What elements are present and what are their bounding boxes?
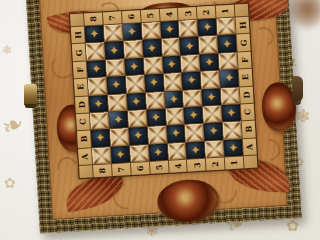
coord-label-left: A <box>78 148 92 165</box>
square-h7 <box>104 24 123 41</box>
square-f8: ✦ <box>87 60 106 77</box>
carved-star-icon: ✦ <box>184 40 195 53</box>
coord-label-left: D <box>75 96 89 113</box>
coord-label-right: H <box>236 17 250 34</box>
carved-star-icon: ✦ <box>202 21 213 34</box>
coord-label-text: 6 <box>126 14 136 20</box>
wallpaper-sprig-icon: ❃ <box>2 44 12 56</box>
coord-label-text: B <box>243 126 253 133</box>
square-a2 <box>205 140 224 157</box>
square-h8: ✦ <box>85 25 104 42</box>
square-a6 <box>130 145 149 162</box>
carved-star-icon: ✦ <box>228 141 239 154</box>
wallpaper-sprig-icon: ❃ <box>296 108 310 125</box>
board-grid: 87654321H✦✦✦✦HG✦✦✦✦GF✦✦✦✦FE✦✦✦✦ED✦✦✦✦DC✦… <box>69 3 259 179</box>
carved-star-icon: ✦ <box>188 109 199 122</box>
square-e2 <box>201 71 220 88</box>
square-h4: ✦ <box>160 21 179 38</box>
coord-label-text: D <box>241 91 251 99</box>
square-f5 <box>143 57 162 74</box>
square-a8 <box>92 147 111 164</box>
coord-label-text: 1 <box>220 8 230 14</box>
coord-label-text: 7 <box>107 15 117 21</box>
coord-label-right: B <box>242 121 256 138</box>
coord-label-bottom: 5 <box>150 161 169 174</box>
chess-board: 87654321H✦✦✦✦HG✦✦✦✦GF✦✦✦✦FE✦✦✦✦ED✦✦✦✦DC✦… <box>24 0 301 234</box>
square-c4 <box>165 108 184 125</box>
coord-label-left: C <box>76 113 90 130</box>
square-f1 <box>219 52 238 69</box>
coord-corner <box>244 156 258 169</box>
square-b7 <box>110 128 129 145</box>
square-e8 <box>88 77 107 94</box>
carved-star-icon: ✦ <box>170 127 181 140</box>
carved-star-icon: ✦ <box>111 79 122 92</box>
coord-label-top: 1 <box>216 5 235 18</box>
coord-label-top: 6 <box>122 10 141 23</box>
carved-star-icon: ✦ <box>206 91 217 104</box>
wallpaper-flower-icon: ✿ <box>286 218 299 234</box>
carved-star-icon: ✦ <box>164 23 175 36</box>
square-d3 <box>183 89 202 106</box>
carved-star-icon: ✦ <box>131 95 142 108</box>
carved-star-icon: ✦ <box>146 42 157 55</box>
square-d8: ✦ <box>89 95 108 112</box>
coord-corner <box>79 165 93 178</box>
coord-label-text: 8 <box>97 168 107 174</box>
coord-label-text: 4 <box>164 11 174 17</box>
square-c3: ✦ <box>184 107 203 124</box>
coord-label-left: E <box>74 79 88 96</box>
coord-label-bottom: 8 <box>93 164 112 177</box>
square-b8: ✦ <box>91 130 110 147</box>
square-b1 <box>223 122 242 139</box>
coord-label-text: 1 <box>229 160 239 166</box>
square-e7: ✦ <box>107 76 126 93</box>
square-c5: ✦ <box>146 109 165 126</box>
coord-label-text: B <box>79 136 89 143</box>
carved-star-icon: ✦ <box>93 97 104 110</box>
carved-star-icon: ✦ <box>127 26 138 39</box>
coord-label-text: F <box>75 67 85 73</box>
coord-label-text: 2 <box>210 161 220 167</box>
coord-label-text: E <box>240 74 250 81</box>
coord-label-text: H <box>237 21 247 29</box>
coord-label-text: D <box>77 101 87 109</box>
carved-star-icon: ✦ <box>115 148 126 161</box>
square-c1: ✦ <box>222 104 241 121</box>
square-g6 <box>124 41 143 58</box>
coord-label-text: G <box>238 39 248 46</box>
square-e3: ✦ <box>182 72 201 89</box>
coord-label-text: 7 <box>116 167 126 173</box>
coord-label-text: C <box>78 118 88 125</box>
square-e5: ✦ <box>144 74 163 91</box>
square-c8 <box>90 112 109 129</box>
wallpaper-brown-patch <box>290 0 320 28</box>
coord-label-text: A <box>80 153 90 160</box>
coord-label-text: 2 <box>201 9 211 15</box>
carved-star-icon: ✦ <box>113 113 124 126</box>
carved-star-icon: ✦ <box>222 37 233 50</box>
coord-label-left: B <box>77 131 91 148</box>
carved-star-icon: ✦ <box>166 58 177 71</box>
square-g1: ✦ <box>218 35 237 52</box>
square-g8 <box>86 43 105 60</box>
carved-star-icon: ✦ <box>95 132 106 145</box>
coord-label-left: H <box>71 27 85 44</box>
square-f3 <box>181 55 200 72</box>
coord-label-bottom: 7 <box>112 163 131 176</box>
carved-star-icon: ✦ <box>151 111 162 124</box>
carved-star-icon: ✦ <box>186 74 197 87</box>
square-a5: ✦ <box>149 144 168 161</box>
coord-label-top: 5 <box>141 9 160 22</box>
scroll-swirl-carving <box>54 153 81 180</box>
square-d6: ✦ <box>127 93 146 110</box>
coord-label-bottom: 1 <box>225 156 244 169</box>
square-g4 <box>161 38 180 55</box>
coord-label-bottom: 6 <box>131 162 150 175</box>
coord-label-right: G <box>237 34 251 51</box>
square-a3: ✦ <box>186 141 205 158</box>
coord-label-text: F <box>239 57 249 63</box>
carved-star-icon: ✦ <box>226 107 237 120</box>
square-g5: ✦ <box>142 39 161 56</box>
square-c7: ✦ <box>109 111 128 128</box>
coord-corner <box>70 14 84 27</box>
coord-label-top: 2 <box>197 6 216 19</box>
square-h1 <box>217 18 236 35</box>
coord-label-text: 4 <box>173 163 183 169</box>
square-a4 <box>167 142 186 159</box>
carved-star-icon: ✦ <box>204 56 215 69</box>
coord-label-top: 7 <box>103 11 122 24</box>
coord-label-right: D <box>240 86 254 103</box>
coord-label-text: 8 <box>88 16 98 22</box>
coord-label-text: 6 <box>135 165 145 171</box>
coord-label-text: H <box>73 31 83 39</box>
coord-label-bottom: 3 <box>187 159 206 172</box>
coord-label-text: G <box>74 49 84 56</box>
square-b2: ✦ <box>204 123 223 140</box>
carved-star-icon: ✦ <box>91 63 102 76</box>
carved-star-icon: ✦ <box>148 77 159 90</box>
square-b6: ✦ <box>129 127 148 144</box>
coord-corner <box>235 4 249 17</box>
square-d1 <box>221 87 240 104</box>
square-f2: ✦ <box>200 53 219 70</box>
square-g3: ✦ <box>180 37 199 54</box>
right-latch-hook <box>292 76 303 102</box>
square-f7 <box>106 59 125 76</box>
carved-star-icon: ✦ <box>133 130 144 143</box>
square-e6 <box>126 75 145 92</box>
coord-label-left: F <box>73 61 87 78</box>
carved-star-icon: ✦ <box>89 28 100 41</box>
coord-label-right: A <box>243 138 257 155</box>
coord-label-text: 3 <box>182 10 192 16</box>
carved-star-icon: ✦ <box>190 144 201 157</box>
coord-label-top: 4 <box>159 8 178 21</box>
coord-label-text: 5 <box>154 164 164 170</box>
carved-star-icon: ✦ <box>109 44 120 57</box>
carved-star-icon: ✦ <box>208 125 219 138</box>
square-h2: ✦ <box>198 19 217 36</box>
coord-label-bottom: 4 <box>168 160 187 173</box>
carved-star-icon: ✦ <box>168 93 179 106</box>
square-g2 <box>199 36 218 53</box>
square-b4: ✦ <box>166 125 185 142</box>
coord-label-text: 5 <box>145 13 155 19</box>
carved-star-icon: ✦ <box>129 60 140 73</box>
square-d7 <box>108 94 127 111</box>
coord-label-right: C <box>241 104 255 121</box>
square-f4: ✦ <box>162 56 181 73</box>
wallpaper-flourish-icon: ❧ <box>0 109 28 142</box>
square-b5 <box>148 126 167 143</box>
coord-label-text: E <box>76 84 86 91</box>
square-b3 <box>185 124 204 141</box>
square-e1: ✦ <box>220 70 239 87</box>
wallpaper-flower-icon: ✿ <box>4 176 16 190</box>
coord-label-bottom: 2 <box>206 157 225 170</box>
scroll-swirl-carving <box>251 24 276 49</box>
square-a1: ✦ <box>224 139 243 156</box>
square-e4 <box>163 73 182 90</box>
square-h5 <box>141 22 160 39</box>
coord-label-right: E <box>239 69 253 86</box>
coord-label-right: F <box>238 51 252 68</box>
carved-star-icon: ✦ <box>224 72 235 85</box>
square-c2 <box>203 105 222 122</box>
square-g7: ✦ <box>105 42 124 59</box>
square-c6 <box>128 110 147 127</box>
square-d4: ✦ <box>164 90 183 107</box>
square-f6: ✦ <box>125 58 144 75</box>
coord-label-top: 8 <box>84 12 103 25</box>
carved-star-icon: ✦ <box>153 146 164 159</box>
coord-label-text: 3 <box>191 162 201 168</box>
square-a7: ✦ <box>111 146 130 163</box>
coord-label-text: A <box>245 143 255 150</box>
coord-label-left: G <box>72 44 86 61</box>
square-h6: ✦ <box>122 23 141 40</box>
left-hinge-clasp <box>24 84 37 106</box>
coord-label-top: 3 <box>178 7 197 20</box>
square-d2: ✦ <box>202 88 221 105</box>
coord-label-text: C <box>242 109 252 116</box>
square-d5 <box>145 91 164 108</box>
square-h3 <box>179 20 198 37</box>
